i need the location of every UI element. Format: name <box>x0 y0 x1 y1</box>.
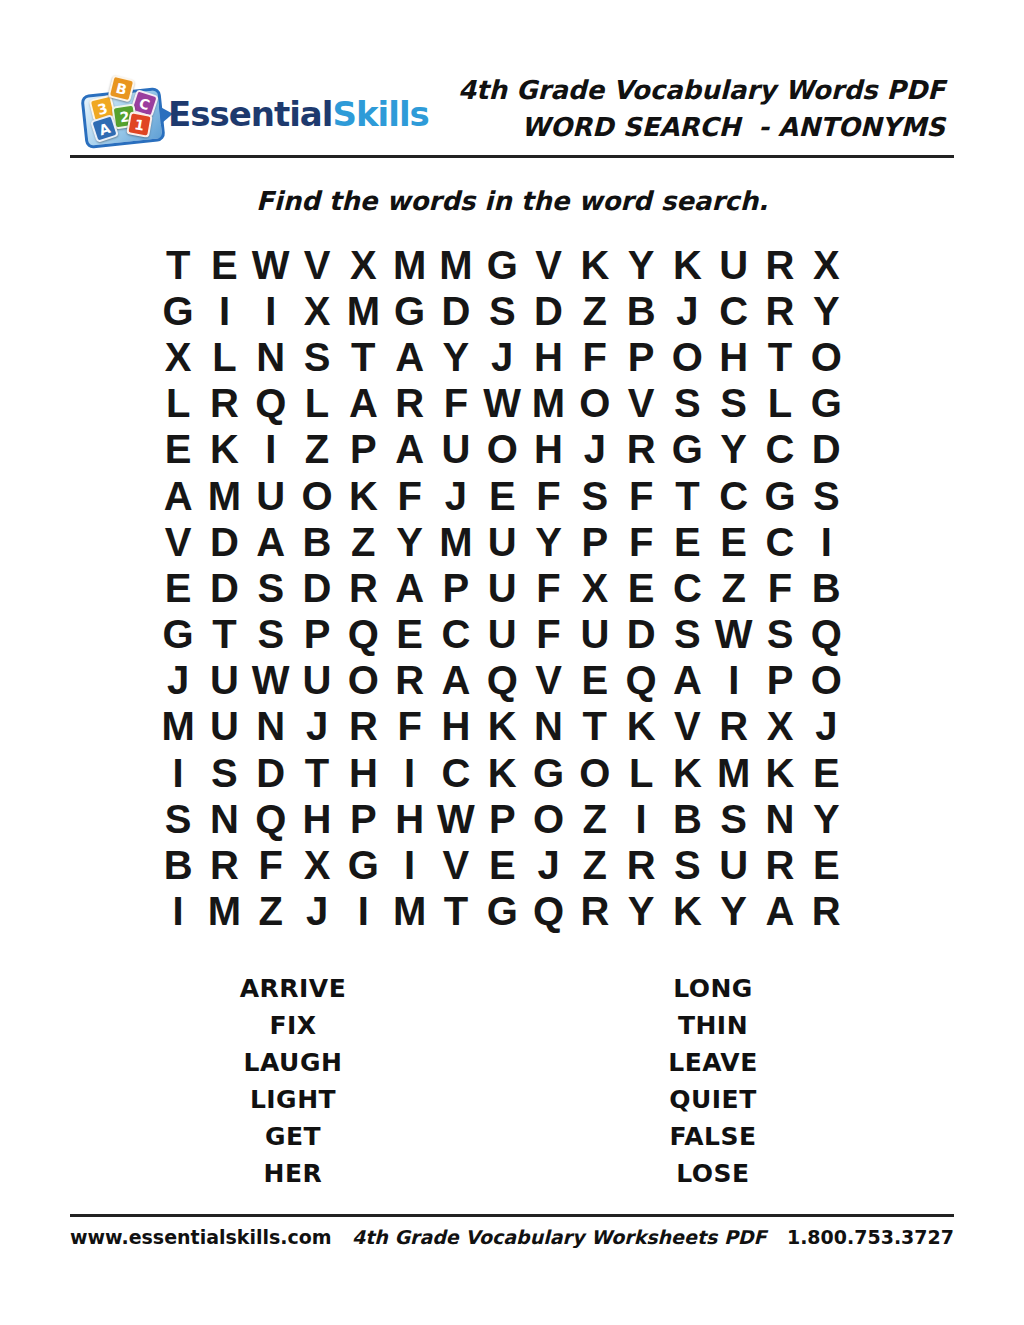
grid-cell-r4c15: G <box>803 381 849 427</box>
header-divider <box>70 155 954 158</box>
grid-cell-r9c4: P <box>294 612 340 658</box>
grid-cell-r9c6: E <box>386 612 432 658</box>
grid-cell-r9c13: W <box>711 612 757 658</box>
grid-cell-r3c5: T <box>340 334 386 380</box>
grid-cell-r1c3: W <box>248 242 294 288</box>
grid-cell-r6c5: K <box>340 473 386 519</box>
grid-cell-r10c6: R <box>386 658 432 704</box>
footer-website: www.essentialskills.com <box>70 1226 332 1248</box>
grid-cell-r12c13: M <box>711 750 757 796</box>
word-item: ARRIVE <box>83 970 503 1007</box>
grid-cell-r5c15: D <box>803 427 849 473</box>
grid-cell-r14c10: Z <box>572 842 618 888</box>
grid-cell-r15c4: J <box>294 889 340 935</box>
grid-cell-r10c2: U <box>201 658 247 704</box>
grid-cell-r10c14: P <box>757 658 803 704</box>
grid-cell-r9c9: F <box>525 612 571 658</box>
grid-cell-r2c6: G <box>386 288 432 334</box>
grid-cell-r3c14: T <box>757 334 803 380</box>
grid-cell-r6c6: F <box>386 473 432 519</box>
logo-block-1: 1 <box>126 111 153 138</box>
grid-cell-r3c15: O <box>803 334 849 380</box>
grid-cell-r14c1: B <box>155 842 201 888</box>
grid-cell-r8c5: R <box>340 565 386 611</box>
grid-cell-r11c14: X <box>757 704 803 750</box>
grid-cell-r8c4: D <box>294 565 340 611</box>
grid-cell-r2c3: I <box>248 288 294 334</box>
grid-cell-r11c7: H <box>433 704 479 750</box>
grid-cell-r5c14: C <box>757 427 803 473</box>
grid-cell-r7c11: F <box>618 519 664 565</box>
grid-cell-r13c12: B <box>664 796 710 842</box>
grid-cell-r8c2: D <box>201 565 247 611</box>
grid-cell-r6c3: U <box>248 473 294 519</box>
grid-cell-r4c5: A <box>340 381 386 427</box>
grid-cell-r9c2: T <box>201 612 247 658</box>
grid-cell-r5c10: J <box>572 427 618 473</box>
grid-cell-r8c3: S <box>248 565 294 611</box>
grid-cell-r11c13: R <box>711 704 757 750</box>
letter-grid: TEWVXMMGVKYKURXGIIXMGDSDZBJCRYXLNSTAYJHF… <box>155 242 849 935</box>
grid-cell-r8c6: A <box>386 565 432 611</box>
grid-cell-r7c6: Y <box>386 519 432 565</box>
grid-cell-r13c2: N <box>201 796 247 842</box>
grid-cell-r4c12: S <box>664 381 710 427</box>
grid-cell-r2c9: D <box>525 288 571 334</box>
grid-cell-r4c9: M <box>525 381 571 427</box>
grid-cell-r5c2: K <box>201 427 247 473</box>
grid-cell-r14c6: I <box>386 842 432 888</box>
grid-cell-r5c12: G <box>664 427 710 473</box>
word-item: QUIET <box>503 1081 923 1118</box>
grid-cell-r9c12: S <box>664 612 710 658</box>
grid-cell-r11c2: U <box>201 704 247 750</box>
grid-cell-r14c11: R <box>618 842 664 888</box>
grid-cell-r10c7: A <box>433 658 479 704</box>
grid-cell-r15c10: R <box>572 889 618 935</box>
grid-cell-r1c14: R <box>757 242 803 288</box>
logo-wordmark: EssentialSkills <box>168 94 429 134</box>
grid-cell-r6c13: C <box>711 473 757 519</box>
grid-cell-r4c10: O <box>572 381 618 427</box>
grid-cell-r2c12: J <box>664 288 710 334</box>
grid-cell-r4c4: L <box>294 381 340 427</box>
instruction-text: Find the words in the word search. <box>0 186 1024 216</box>
grid-cell-r2c1: G <box>155 288 201 334</box>
grid-cell-r12c2: S <box>201 750 247 796</box>
grid-cell-r15c13: Y <box>711 889 757 935</box>
grid-cell-r6c9: F <box>525 473 571 519</box>
grid-cell-r10c9: V <box>525 658 571 704</box>
grid-cell-r11c8: K <box>479 704 525 750</box>
grid-cell-r1c4: V <box>294 242 340 288</box>
grid-cell-r8c10: X <box>572 565 618 611</box>
grid-cell-r1c12: K <box>664 242 710 288</box>
grid-cell-r7c4: B <box>294 519 340 565</box>
grid-cell-r12c11: L <box>618 750 664 796</box>
grid-cell-r12c1: I <box>155 750 201 796</box>
grid-cell-r4c14: L <box>757 381 803 427</box>
grid-cell-r14c13: U <box>711 842 757 888</box>
grid-cell-r10c10: E <box>572 658 618 704</box>
grid-cell-r3c12: O <box>664 334 710 380</box>
grid-cell-r12c8: K <box>479 750 525 796</box>
grid-cell-r9c10: U <box>572 612 618 658</box>
grid-cell-r11c12: V <box>664 704 710 750</box>
grid-cell-r9c3: S <box>248 612 294 658</box>
grid-cell-r7c2: D <box>201 519 247 565</box>
word-item: LIGHT <box>83 1081 503 1118</box>
grid-cell-r3c8: J <box>479 334 525 380</box>
grid-cell-r8c13: Z <box>711 565 757 611</box>
grid-cell-r2c11: B <box>618 288 664 334</box>
grid-cell-r8c7: P <box>433 565 479 611</box>
grid-cell-r3c1: X <box>155 334 201 380</box>
grid-cell-r5c8: O <box>479 427 525 473</box>
grid-cell-r15c12: K <box>664 889 710 935</box>
grid-cell-r5c6: A <box>386 427 432 473</box>
grid-cell-r3c9: H <box>525 334 571 380</box>
grid-cell-r12c10: O <box>572 750 618 796</box>
footer-divider <box>70 1214 954 1217</box>
grid-cell-r14c4: X <box>294 842 340 888</box>
grid-cell-r3c11: P <box>618 334 664 380</box>
grid-cell-r12c12: K <box>664 750 710 796</box>
grid-cell-r14c3: F <box>248 842 294 888</box>
grid-cell-r9c8: U <box>479 612 525 658</box>
grid-cell-r14c9: J <box>525 842 571 888</box>
grid-cell-r8c12: C <box>664 565 710 611</box>
grid-cell-r5c9: H <box>525 427 571 473</box>
grid-cell-r11c5: R <box>340 704 386 750</box>
grid-cell-r7c5: Z <box>340 519 386 565</box>
grid-cell-r12c7: C <box>433 750 479 796</box>
logo-text-skills: Skills <box>332 94 428 134</box>
grid-cell-r5c11: R <box>618 427 664 473</box>
word-item: THIN <box>503 1007 923 1044</box>
grid-cell-r1c8: G <box>479 242 525 288</box>
grid-cell-r15c15: R <box>803 889 849 935</box>
doc-title-line2: WORD SEARCH - ANTONYMS <box>458 111 945 143</box>
word-item: HER <box>83 1155 503 1192</box>
grid-cell-r11c1: M <box>155 704 201 750</box>
grid-cell-r13c8: P <box>479 796 525 842</box>
grid-cell-r14c14: R <box>757 842 803 888</box>
grid-cell-r7c15: I <box>803 519 849 565</box>
grid-cell-r13c15: Y <box>803 796 849 842</box>
grid-cell-r5c5: P <box>340 427 386 473</box>
grid-cell-r2c2: I <box>201 288 247 334</box>
grid-cell-r13c5: P <box>340 796 386 842</box>
grid-cell-r4c7: F <box>433 381 479 427</box>
grid-cell-r12c15: E <box>803 750 849 796</box>
grid-cell-r15c2: M <box>201 889 247 935</box>
grid-cell-r9c14: S <box>757 612 803 658</box>
grid-cell-r13c11: I <box>618 796 664 842</box>
grid-cell-r13c7: W <box>433 796 479 842</box>
grid-cell-r6c4: O <box>294 473 340 519</box>
essentialskills-logo: 3 B C 2 A 1 EssentialSkills <box>83 70 428 156</box>
grid-cell-r7c7: M <box>433 519 479 565</box>
grid-cell-r13c3: Q <box>248 796 294 842</box>
grid-cell-r7c14: C <box>757 519 803 565</box>
grid-cell-r11c3: N <box>248 704 294 750</box>
grid-cell-r14c2: R <box>201 842 247 888</box>
grid-cell-r1c11: Y <box>618 242 664 288</box>
grid-cell-r7c9: Y <box>525 519 571 565</box>
grid-cell-r6c14: G <box>757 473 803 519</box>
grid-cell-r13c6: H <box>386 796 432 842</box>
grid-cell-r3c2: L <box>201 334 247 380</box>
grid-cell-r2c14: R <box>757 288 803 334</box>
grid-cell-r15c5: I <box>340 889 386 935</box>
doc-title-line1: 4th Grade Vocabulary Words PDF <box>458 74 945 106</box>
grid-cell-r15c14: A <box>757 889 803 935</box>
grid-cell-r4c3: Q <box>248 381 294 427</box>
grid-cell-r1c7: M <box>433 242 479 288</box>
grid-cell-r3c13: H <box>711 334 757 380</box>
grid-cell-r2c15: Y <box>803 288 849 334</box>
grid-cell-r7c12: E <box>664 519 710 565</box>
grid-cell-r2c13: C <box>711 288 757 334</box>
footer-phone: 1.800.753.3727 <box>787 1226 954 1248</box>
document-titles: 4th Grade Vocabulary Words PDF WORD SEAR… <box>458 74 945 143</box>
grid-cell-r10c3: W <box>248 658 294 704</box>
footer-center-text: 4th Grade Vocabulary Worksheets PDF <box>352 1226 767 1248</box>
word-list: ARRIVE FIX LAUGH LIGHT GET HER LONG THIN… <box>83 970 923 1192</box>
grid-cell-r1c13: U <box>711 242 757 288</box>
footer: www.essentialskills.com 4th Grade Vocabu… <box>70 1226 954 1248</box>
grid-cell-r9c7: C <box>433 612 479 658</box>
grid-cell-r6c11: F <box>618 473 664 519</box>
word-item: FIX <box>83 1007 503 1044</box>
grid-cell-r11c9: N <box>525 704 571 750</box>
grid-cell-r12c4: T <box>294 750 340 796</box>
grid-cell-r15c9: Q <box>525 889 571 935</box>
grid-cell-r4c6: R <box>386 381 432 427</box>
grid-cell-r9c11: D <box>618 612 664 658</box>
word-item: GET <box>83 1118 503 1155</box>
word-list-column-1: ARRIVE FIX LAUGH LIGHT GET HER <box>83 970 503 1192</box>
grid-cell-r11c6: F <box>386 704 432 750</box>
grid-cell-r1c9: V <box>525 242 571 288</box>
grid-cell-r4c13: S <box>711 381 757 427</box>
grid-cell-r3c3: N <box>248 334 294 380</box>
grid-cell-r11c11: K <box>618 704 664 750</box>
grid-cell-r2c10: Z <box>572 288 618 334</box>
word-item: LOSE <box>503 1155 923 1192</box>
grid-cell-r14c8: E <box>479 842 525 888</box>
grid-cell-r10c13: I <box>711 658 757 704</box>
grid-cell-r13c1: S <box>155 796 201 842</box>
grid-cell-r1c2: E <box>201 242 247 288</box>
grid-cell-r10c5: O <box>340 658 386 704</box>
grid-cell-r12c9: G <box>525 750 571 796</box>
grid-cell-r9c15: Q <box>803 612 849 658</box>
grid-cell-r5c13: Y <box>711 427 757 473</box>
grid-cell-r15c3: Z <box>248 889 294 935</box>
grid-cell-r12c5: H <box>340 750 386 796</box>
grid-cell-r2c5: M <box>340 288 386 334</box>
grid-cell-r8c9: F <box>525 565 571 611</box>
grid-cell-r8c15: B <box>803 565 849 611</box>
grid-cell-r15c8: G <box>479 889 525 935</box>
grid-cell-r7c3: A <box>248 519 294 565</box>
grid-cell-r2c4: X <box>294 288 340 334</box>
grid-cell-r12c6: I <box>386 750 432 796</box>
grid-cell-r14c7: V <box>433 842 479 888</box>
grid-cell-r3c10: F <box>572 334 618 380</box>
grid-cell-r1c10: K <box>572 242 618 288</box>
grid-cell-r8c14: F <box>757 565 803 611</box>
grid-cell-r1c6: M <box>386 242 432 288</box>
grid-cell-r10c11: Q <box>618 658 664 704</box>
grid-cell-r13c14: N <box>757 796 803 842</box>
word-item: LEAVE <box>503 1044 923 1081</box>
grid-cell-r13c4: H <box>294 796 340 842</box>
grid-cell-r10c4: U <box>294 658 340 704</box>
grid-cell-r10c8: Q <box>479 658 525 704</box>
word-item: LAUGH <box>83 1044 503 1081</box>
grid-cell-r5c7: U <box>433 427 479 473</box>
grid-cell-r7c1: V <box>155 519 201 565</box>
grid-cell-r1c5: X <box>340 242 386 288</box>
grid-cell-r14c5: G <box>340 842 386 888</box>
grid-cell-r6c15: S <box>803 473 849 519</box>
grid-cell-r11c10: T <box>572 704 618 750</box>
grid-cell-r8c8: U <box>479 565 525 611</box>
grid-cell-r9c1: G <box>155 612 201 658</box>
grid-cell-r6c1: A <box>155 473 201 519</box>
grid-cell-r15c6: M <box>386 889 432 935</box>
grid-cell-r3c6: A <box>386 334 432 380</box>
grid-cell-r3c4: S <box>294 334 340 380</box>
grid-cell-r7c8: U <box>479 519 525 565</box>
grid-cell-r5c3: I <box>248 427 294 473</box>
grid-cell-r7c10: P <box>572 519 618 565</box>
grid-cell-r5c1: E <box>155 427 201 473</box>
grid-cell-r4c8: W <box>479 381 525 427</box>
grid-cell-r6c8: E <box>479 473 525 519</box>
grid-cell-r2c7: D <box>433 288 479 334</box>
grid-cell-r8c1: E <box>155 565 201 611</box>
grid-cell-r10c12: A <box>664 658 710 704</box>
grid-cell-r14c15: E <box>803 842 849 888</box>
grid-cell-r1c15: X <box>803 242 849 288</box>
word-list-column-2: LONG THIN LEAVE QUIET FALSE LOSE <box>503 970 923 1192</box>
grid-cell-r15c7: T <box>433 889 479 935</box>
grid-cell-r4c2: R <box>201 381 247 427</box>
grid-cell-r7c13: E <box>711 519 757 565</box>
grid-cell-r6c2: M <box>201 473 247 519</box>
grid-cell-r4c11: V <box>618 381 664 427</box>
grid-cell-r11c4: J <box>294 704 340 750</box>
grid-cell-r13c10: Z <box>572 796 618 842</box>
grid-cell-r15c11: Y <box>618 889 664 935</box>
grid-cell-r1c1: T <box>155 242 201 288</box>
grid-cell-r8c11: E <box>618 565 664 611</box>
grid-cell-r12c14: K <box>757 750 803 796</box>
grid-cell-r6c7: J <box>433 473 479 519</box>
worksheet-page: 3 B C 2 A 1 EssentialSkills 4th Grade Vo… <box>0 0 1024 1325</box>
word-item: LONG <box>503 970 923 1007</box>
grid-cell-r12c3: D <box>248 750 294 796</box>
grid-cell-r10c15: O <box>803 658 849 704</box>
grid-cell-r10c1: J <box>155 658 201 704</box>
grid-cell-r13c13: S <box>711 796 757 842</box>
grid-cell-r14c12: S <box>664 842 710 888</box>
grid-cell-r5c4: Z <box>294 427 340 473</box>
grid-cell-r3c7: Y <box>433 334 479 380</box>
grid-cell-r11c15: J <box>803 704 849 750</box>
grid-cell-r6c12: T <box>664 473 710 519</box>
grid-cell-r4c1: L <box>155 381 201 427</box>
grid-cell-r2c8: S <box>479 288 525 334</box>
grid-cell-r13c9: O <box>525 796 571 842</box>
word-item: FALSE <box>503 1118 923 1155</box>
grid-cell-r15c1: I <box>155 889 201 935</box>
grid-cell-r6c10: S <box>572 473 618 519</box>
grid-cell-r9c5: Q <box>340 612 386 658</box>
logo-text-essential: Essential <box>168 94 332 134</box>
